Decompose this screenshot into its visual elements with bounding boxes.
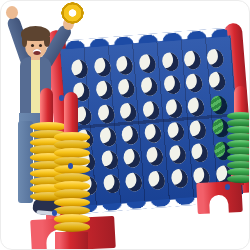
board-hole bbox=[136, 52, 158, 76]
board-hole bbox=[187, 118, 209, 142]
product-photo-giant-connect-four[interactable] bbox=[0, 0, 250, 250]
board-hole bbox=[166, 143, 188, 167]
held-yellow-ring bbox=[61, 2, 84, 24]
stack-right bbox=[227, 112, 250, 183]
board-cell-r1c5 bbox=[158, 49, 182, 74]
bolt-icon bbox=[59, 95, 64, 101]
board-cell-r1c4 bbox=[135, 51, 159, 76]
board-cell-r5c3 bbox=[120, 146, 144, 171]
board-cell-r6c4 bbox=[144, 168, 168, 193]
board-hole bbox=[123, 170, 145, 194]
board-cell-r3c4 bbox=[139, 98, 163, 123]
bolt-icon bbox=[225, 184, 230, 190]
board-cell-r2c5 bbox=[160, 73, 184, 98]
board-hole bbox=[163, 97, 185, 121]
board-hole bbox=[204, 47, 226, 71]
board-hole bbox=[164, 120, 186, 144]
board-cell-r1c3 bbox=[113, 53, 137, 78]
board-cell-r3c3 bbox=[116, 100, 140, 125]
board-hole bbox=[99, 148, 121, 172]
board-hole bbox=[118, 100, 140, 124]
board-hole bbox=[114, 54, 136, 78]
board-hole bbox=[101, 172, 123, 196]
board-hole bbox=[121, 147, 143, 171]
board-hole bbox=[140, 98, 162, 122]
board-cell-r2c3 bbox=[115, 76, 139, 101]
board-cell-r5c4 bbox=[143, 144, 167, 169]
right-foot bbox=[196, 181, 243, 214]
board-cell-r3c5 bbox=[161, 96, 185, 121]
board-hole bbox=[206, 70, 228, 94]
board-cell-r2c4 bbox=[137, 75, 161, 100]
board-cell-r4c4 bbox=[141, 121, 165, 146]
board-cell-r4c5 bbox=[163, 119, 187, 144]
board-cell-r5c5 bbox=[165, 143, 189, 168]
board-hole bbox=[116, 77, 138, 101]
board-hole bbox=[181, 48, 203, 72]
child-left-fist bbox=[6, 6, 18, 19]
board-cell-r2c6 bbox=[182, 71, 206, 96]
stack-front-left bbox=[54, 132, 90, 232]
child-right-eye bbox=[39, 44, 42, 47]
board-cell-r6c5 bbox=[167, 166, 191, 191]
child-left-eye bbox=[31, 44, 34, 47]
board-cell-r6c2 bbox=[99, 171, 123, 196]
board-hole bbox=[161, 73, 183, 97]
board-hole bbox=[119, 123, 141, 147]
board-cell-r1c7 bbox=[203, 46, 227, 71]
board-hole bbox=[142, 122, 164, 146]
board-hole bbox=[159, 50, 181, 74]
board-cell-r6c3 bbox=[122, 169, 146, 194]
green-ring bbox=[227, 175, 250, 183]
bolt-icon bbox=[68, 163, 73, 169]
board-hole bbox=[146, 168, 168, 192]
child-hair-left bbox=[22, 37, 27, 47]
board-hole bbox=[138, 75, 160, 99]
board-cell-r2c7 bbox=[205, 69, 229, 94]
board-hole bbox=[189, 141, 211, 165]
bolt-icon bbox=[52, 210, 57, 216]
board-cell-r1c6 bbox=[180, 48, 204, 73]
board-cell-r5c6 bbox=[188, 141, 212, 166]
board-cell-r4c6 bbox=[186, 117, 210, 142]
board-cell-r4c3 bbox=[118, 123, 142, 148]
board-hole bbox=[144, 145, 166, 169]
board-cell-r5c2 bbox=[98, 148, 122, 173]
yellow-ring bbox=[54, 222, 90, 232]
board-hole bbox=[185, 95, 207, 119]
board-cell-r3c6 bbox=[184, 94, 208, 119]
right-foot-arch-cutout bbox=[209, 195, 229, 215]
board-hole bbox=[183, 72, 205, 96]
child-open-mouth bbox=[33, 49, 41, 55]
child-hair-right bbox=[44, 37, 50, 47]
board-hole bbox=[168, 166, 190, 190]
